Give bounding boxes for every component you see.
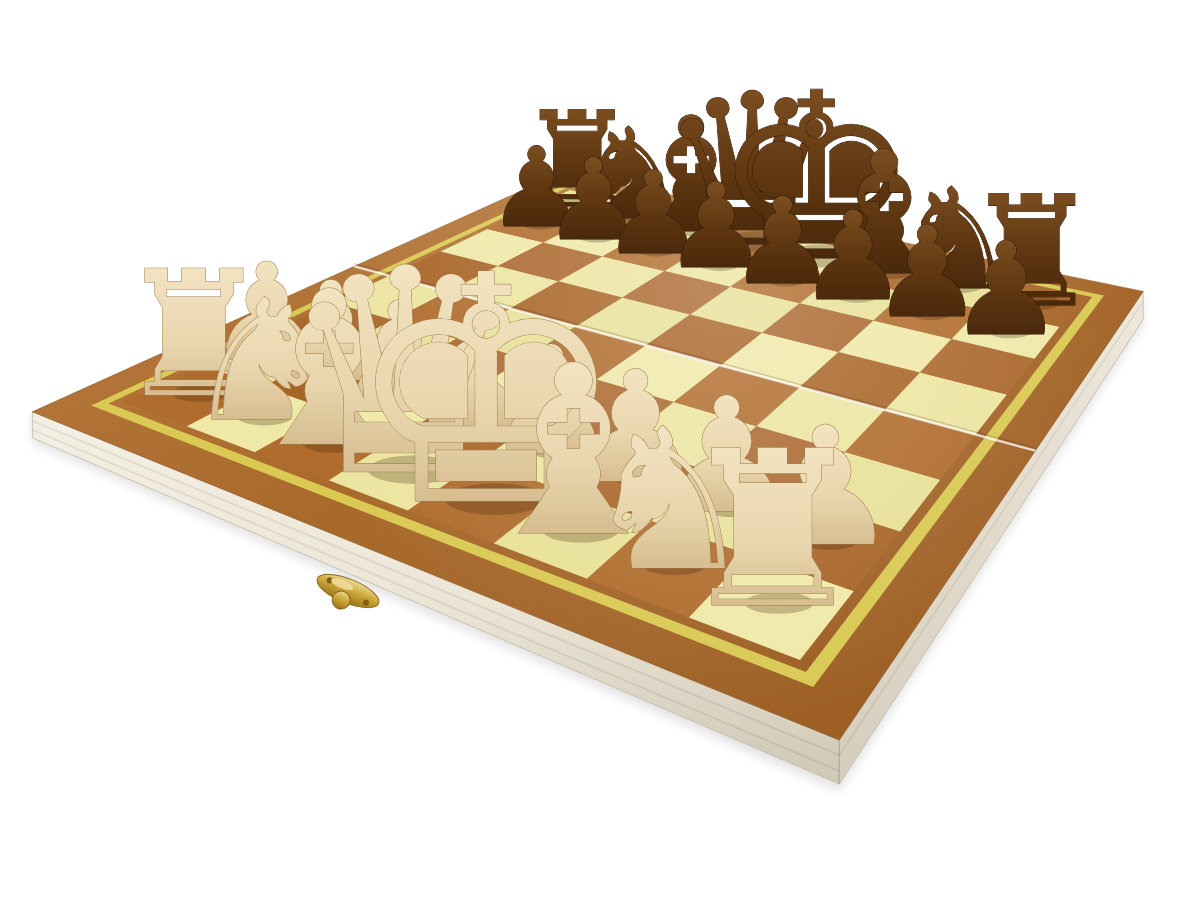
piece-white-rook-h1: ♜ [676, 405, 869, 656]
piece-black-pawn-h7: ♟ [949, 215, 1064, 364]
chessboard: ♜♞♟♝♟♛♟♚♟♝♟♞♟♜♟♟♟♟♜♟♞♟♝♟♛♟♚♟♝♟♞♜ [0, 0, 1200, 900]
product-photo-scene: ♜♞♟♝♟♛♟♚♟♝♟♞♟♜♟♟♟♟♜♟♞♟♝♟♛♟♚♟♝♟♞♜ [0, 0, 1200, 900]
